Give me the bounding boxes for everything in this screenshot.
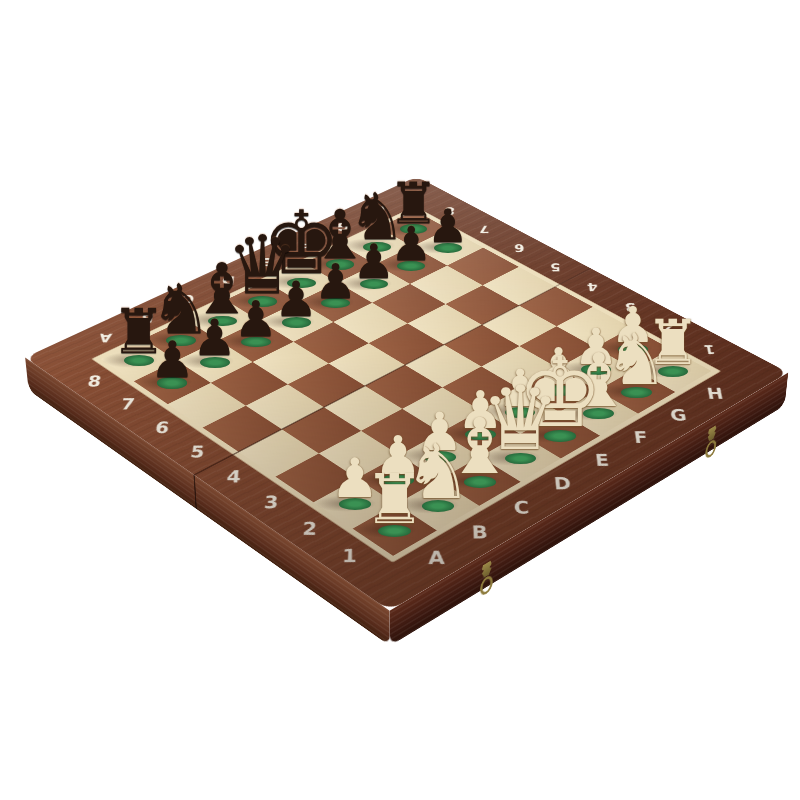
photo-scene: ABCDEFGH ABCDEFGH 12345678 12345678 xyxy=(0,0,800,800)
file-label-far-h: H xyxy=(373,204,385,216)
rank-label-right-1: 1 xyxy=(703,342,717,356)
rank-label-4: 4 xyxy=(226,467,242,486)
rank-label-right-4: 4 xyxy=(586,280,598,293)
rank-label-right-5: 5 xyxy=(550,261,562,274)
square-a2 xyxy=(314,478,397,528)
square-b6 xyxy=(211,362,288,406)
file-label-c: C xyxy=(513,497,530,517)
file-label-b: B xyxy=(471,522,488,543)
rank-label-5: 5 xyxy=(189,442,205,461)
square-f1 xyxy=(559,390,638,435)
square-f2 xyxy=(520,368,598,412)
rank-label-right-2: 2 xyxy=(663,321,676,335)
file-label-f: F xyxy=(633,428,649,447)
square-c1 xyxy=(439,457,521,506)
file-label-h: H xyxy=(705,384,724,402)
square-a1 xyxy=(353,504,437,556)
rank-label-2: 2 xyxy=(302,518,318,539)
clasp-ring xyxy=(480,573,493,598)
rank-label-8: 8 xyxy=(86,372,103,389)
file-label-far-c: C xyxy=(182,292,195,305)
brass-clasp-icon xyxy=(705,424,718,459)
square-g1 xyxy=(597,369,675,413)
square-b2 xyxy=(357,455,439,504)
square-c3 xyxy=(361,409,440,455)
square-a3 xyxy=(275,453,357,502)
square-a4 xyxy=(239,429,319,476)
square-d2 xyxy=(441,410,521,456)
file-label-far-e: E xyxy=(262,256,273,269)
square-e2 xyxy=(481,389,560,434)
square-e1 xyxy=(520,412,600,458)
file-label-far-a: A xyxy=(98,331,113,345)
rank-label-3: 3 xyxy=(263,492,279,512)
square-c2 xyxy=(399,432,480,480)
square-e3 xyxy=(442,366,519,410)
file-label-d: D xyxy=(553,473,572,493)
clasp-ring xyxy=(704,438,716,461)
square-d1 xyxy=(480,434,561,482)
rank-label-right-7: 7 xyxy=(479,223,490,235)
rank-label-right-8: 8 xyxy=(445,205,455,217)
square-c5 xyxy=(288,364,365,408)
file-label-a: A xyxy=(428,547,445,568)
file-label-far-d: D xyxy=(222,274,236,287)
square-a6 xyxy=(168,383,246,428)
brass-clasp-icon xyxy=(480,559,493,596)
rank-label-right-3: 3 xyxy=(624,300,637,314)
square-b5 xyxy=(246,384,324,429)
file-label-g: G xyxy=(669,406,688,424)
file-label-far-f: F xyxy=(300,238,311,251)
square-b4 xyxy=(282,407,361,453)
file-label-e: E xyxy=(594,450,610,469)
square-c4 xyxy=(324,386,402,431)
rank-label-right-6: 6 xyxy=(514,242,525,255)
board-top-face: ABCDEFGH ABCDEFGH 12345678 12345678 xyxy=(25,176,788,610)
rank-label-1: 1 xyxy=(342,545,357,566)
square-b3 xyxy=(319,431,399,479)
square-d3 xyxy=(402,387,480,432)
file-label-far-b: B xyxy=(140,311,154,325)
square-b1 xyxy=(396,480,479,530)
square-d4 xyxy=(365,365,442,409)
file-label-far-g: G xyxy=(337,221,350,233)
square-a7 xyxy=(134,361,211,405)
square-a5 xyxy=(203,406,282,452)
rank-label-6: 6 xyxy=(154,418,170,436)
rank-label-7: 7 xyxy=(120,395,137,413)
chess-board-box: ABCDEFGH ABCDEFGH 12345678 12345678 xyxy=(25,176,788,610)
